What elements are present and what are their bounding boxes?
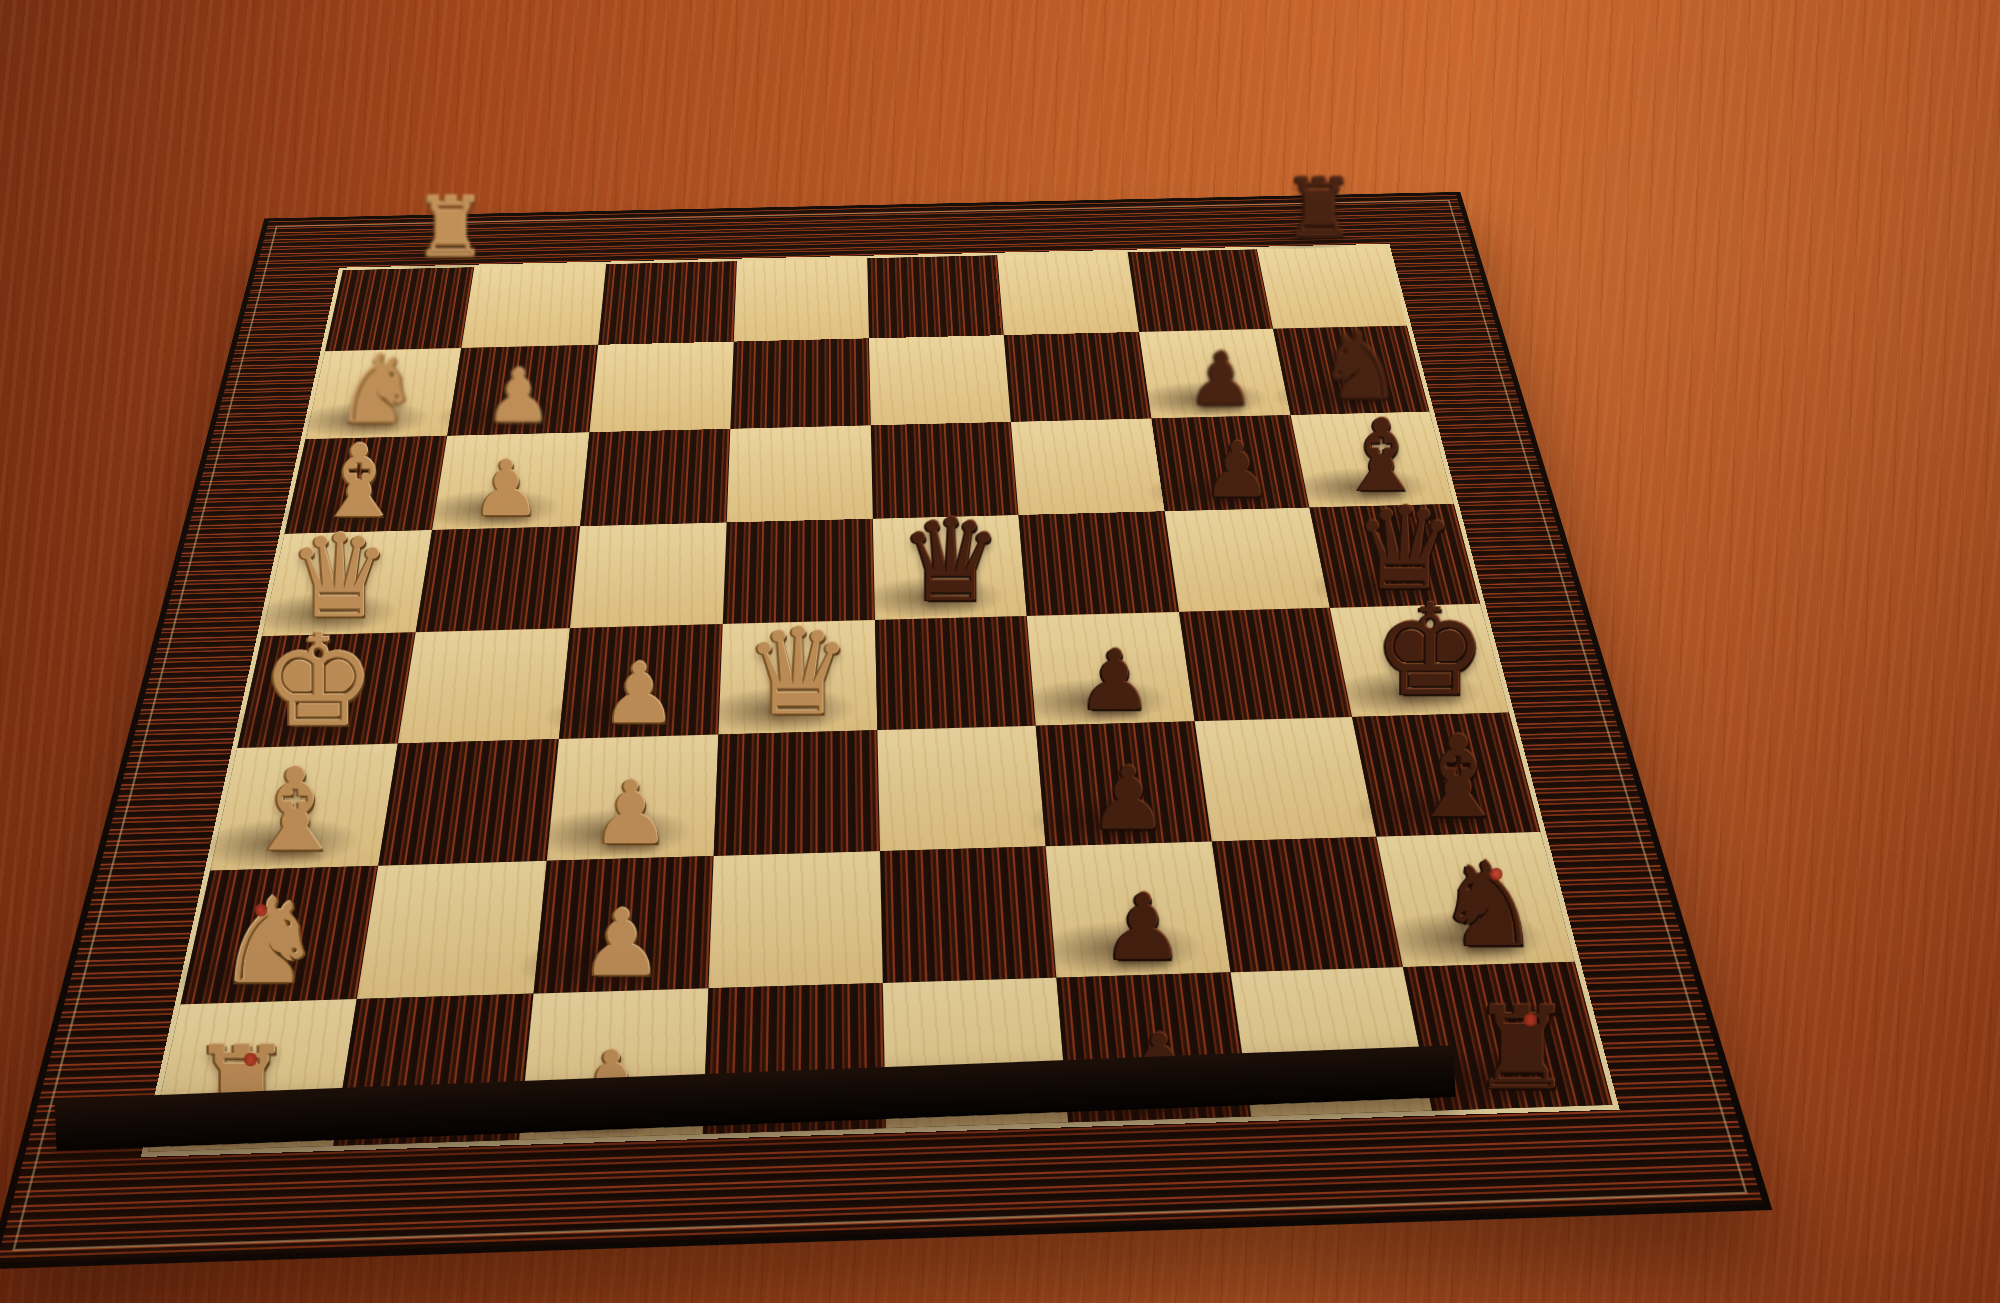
square-f1: ♝ [210,744,398,871]
square-e2 [398,628,569,743]
photo-scene: ♞♟♟♞♝♟♟♝♛♛♛♚♟♛♟♚♝♟♟♝♞♟♟♞♜♟♟♜ ♜♜ [0,0,2000,1303]
square-f4 [713,730,880,855]
square-e5 [875,616,1036,730]
black-pawn-e6: ♟ [1078,642,1153,721]
square-f7 [1194,717,1376,841]
square-e1: ♚ [237,632,416,748]
square-f5 [877,726,1046,851]
white-pawn-e3: ♟ [601,654,676,733]
white-king-e1: ♚ [261,621,376,743]
square-e3: ♟ [558,624,722,739]
square-f8: ♝ [1352,713,1540,837]
square-e4: ♛ [718,620,877,735]
white-knight-g1: ♞ [217,885,323,998]
black-bishop-f8: ♝ [1407,724,1508,831]
black-pawn-g6: ♟ [1102,885,1184,972]
square-e8: ♚ [1330,604,1509,717]
square-g8: ♞ [1376,832,1575,967]
white-queen-e4: ♛ [744,615,852,729]
square-e6: ♟ [1027,612,1194,726]
white-pawn-f3: ♟ [591,772,669,855]
square-f3: ♟ [546,735,718,861]
black-king-e8: ♚ [1373,592,1486,712]
black-knight-g8: ♞ [1435,850,1540,961]
white-pawn-g3: ♟ [580,900,662,987]
square-g6: ♟ [1046,841,1230,977]
white-bishop-f1: ♝ [244,756,346,864]
black-pawn-f6: ♟ [1089,758,1167,841]
square-f6: ♟ [1036,721,1211,845]
black-rook-h8: ♜ [1470,995,1573,1104]
